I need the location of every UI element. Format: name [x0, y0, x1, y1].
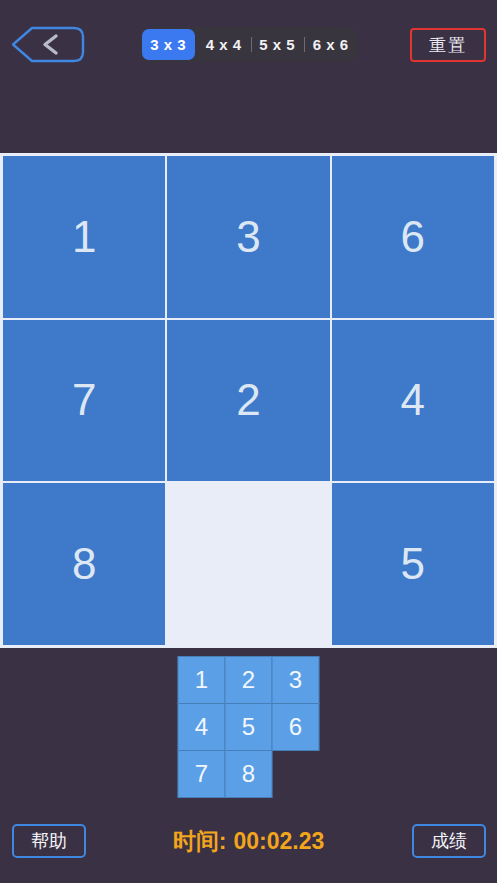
reset-button[interactable]: 重置: [410, 28, 486, 62]
segment-4x4[interactable]: 4 x 4: [197, 27, 251, 62]
empty-slot: [167, 483, 329, 645]
reference-cell-r3c2: 8: [225, 750, 273, 798]
reference-grid: 1 2 3 4 5 6 7 8: [178, 656, 319, 797]
chevron-left-icon: [45, 36, 56, 53]
reference-cell-r1c2: 2: [225, 656, 273, 704]
tile-r2c2[interactable]: 2: [167, 320, 329, 482]
segment-3x3[interactable]: 3 x 3: [142, 29, 196, 60]
back-button[interactable]: [11, 25, 86, 64]
size-segmented-control: 3 x 3 4 x 4 5 x 5 6 x 6: [140, 27, 358, 62]
timer-value: 00:02.23: [233, 828, 324, 855]
segment-6x6[interactable]: 6 x 6: [304, 27, 358, 62]
top-bar: 3 x 3 4 x 4 5 x 5 6 x 6 重置: [0, 0, 497, 90]
reference-cell-r1c3: 3: [272, 656, 320, 704]
reference-cell-r3c1: 7: [178, 750, 226, 798]
timer-label: 时间:: [173, 826, 227, 857]
tile-r1c3[interactable]: 6: [332, 156, 494, 318]
reference-cell-r2c2: 5: [225, 703, 273, 751]
back-button-shape: [11, 25, 86, 64]
reference-cell-r3c3: [272, 750, 320, 798]
tile-r3c1[interactable]: 8: [3, 483, 165, 645]
help-button[interactable]: 帮助: [12, 824, 86, 858]
tile-r3c3[interactable]: 5: [332, 483, 494, 645]
tile-r1c1[interactable]: 1: [3, 156, 165, 318]
tile-r1c2[interactable]: 3: [167, 156, 329, 318]
game-screen: 3 x 3 4 x 4 5 x 5 6 x 6 重置 1 3 6 7 2 4 8…: [0, 0, 497, 883]
segment-5x5[interactable]: 5 x 5: [251, 27, 305, 62]
reference-cell-r2c1: 4: [178, 703, 226, 751]
puzzle-board: 1 3 6 7 2 4 8 5: [0, 153, 497, 648]
reference-cell-r1c1: 1: [178, 656, 226, 704]
bottom-bar: 帮助 时间: 00:02.23 成绩: [0, 822, 497, 862]
reference-cell-r2c3: 6: [272, 703, 320, 751]
timer: 时间: 00:02.23: [173, 822, 324, 860]
tile-r2c3[interactable]: 4: [332, 320, 494, 482]
score-button[interactable]: 成绩: [412, 824, 486, 858]
tile-r2c1[interactable]: 7: [3, 320, 165, 482]
